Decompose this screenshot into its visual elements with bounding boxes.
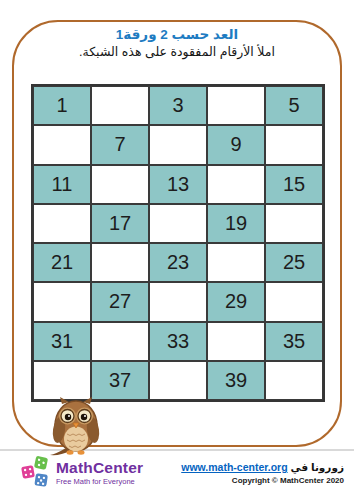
grid-cell-blank[interactable]	[33, 282, 91, 321]
grid-cell-given: 29	[207, 282, 265, 321]
visit-us-label: زورونا في	[291, 461, 344, 473]
grid-cell-given: 11	[33, 165, 91, 204]
worksheet-title: العد حسب 2 ورقة1	[0, 26, 354, 42]
grid-cell-given: 37	[91, 361, 149, 400]
grid-cell-given: 5	[265, 86, 323, 125]
grid-cell-blank[interactable]	[265, 361, 323, 400]
grid-cell-blank[interactable]	[91, 165, 149, 204]
grid-cell-blank[interactable]	[265, 282, 323, 321]
brand-tagline: Free Math for Everyone	[56, 477, 135, 486]
grid-cell-given: 13	[149, 165, 207, 204]
grid-cell-blank[interactable]	[265, 125, 323, 164]
grid-cell-given: 7	[91, 125, 149, 164]
grid-cell-given: 23	[149, 243, 207, 282]
grid-cell-blank[interactable]	[33, 125, 91, 164]
visit-us-line: زورونا في www.math-center.org	[181, 461, 344, 473]
grid-cell-blank[interactable]	[91, 86, 149, 125]
grid-cell-given: 9	[207, 125, 265, 164]
dice-cubes-icon	[20, 455, 54, 489]
grid-cell-blank[interactable]	[149, 204, 207, 243]
grid-cell-given: 15	[265, 165, 323, 204]
grid-cell-given: 39	[207, 361, 265, 400]
worksheet-instruction: املأ الأرقام المفقودة على هذه الشبكة.	[0, 44, 354, 59]
grid-cell-blank[interactable]	[149, 361, 207, 400]
grid-cell-given: 3	[149, 86, 207, 125]
grid-cell-given: 33	[149, 322, 207, 361]
grid-cell-given: 19	[207, 204, 265, 243]
grid-cell-given: 35	[265, 322, 323, 361]
grid-cell-blank[interactable]	[207, 86, 265, 125]
owl-mascot-icon	[46, 396, 106, 458]
grid-cell-blank[interactable]	[91, 243, 149, 282]
grid-cell-given: 31	[33, 322, 91, 361]
copyright-text: Copyright © MathCenter 2020	[181, 476, 344, 485]
grid-cell-blank[interactable]	[149, 282, 207, 321]
website-link[interactable]: www.math-center.org	[181, 461, 287, 473]
grid-cell-given: 25	[265, 243, 323, 282]
grid-cell-blank[interactable]	[207, 322, 265, 361]
grid-cell-blank[interactable]	[207, 165, 265, 204]
grid-cell-blank[interactable]	[33, 204, 91, 243]
grid-cell-blank[interactable]	[265, 204, 323, 243]
number-grid: 13579111315171921232527293133353739	[31, 84, 325, 402]
grid-cell-given: 1	[33, 86, 91, 125]
grid-cell-blank[interactable]	[33, 361, 91, 400]
grid-cell-given: 17	[91, 204, 149, 243]
grid-cell-blank[interactable]	[91, 322, 149, 361]
grid-cell-blank[interactable]	[149, 125, 207, 164]
grid-cell-given: 27	[91, 282, 149, 321]
grid-cell-blank[interactable]	[207, 243, 265, 282]
brand-name: MathCenter	[56, 459, 143, 477]
grid-cell-given: 21	[33, 243, 91, 282]
